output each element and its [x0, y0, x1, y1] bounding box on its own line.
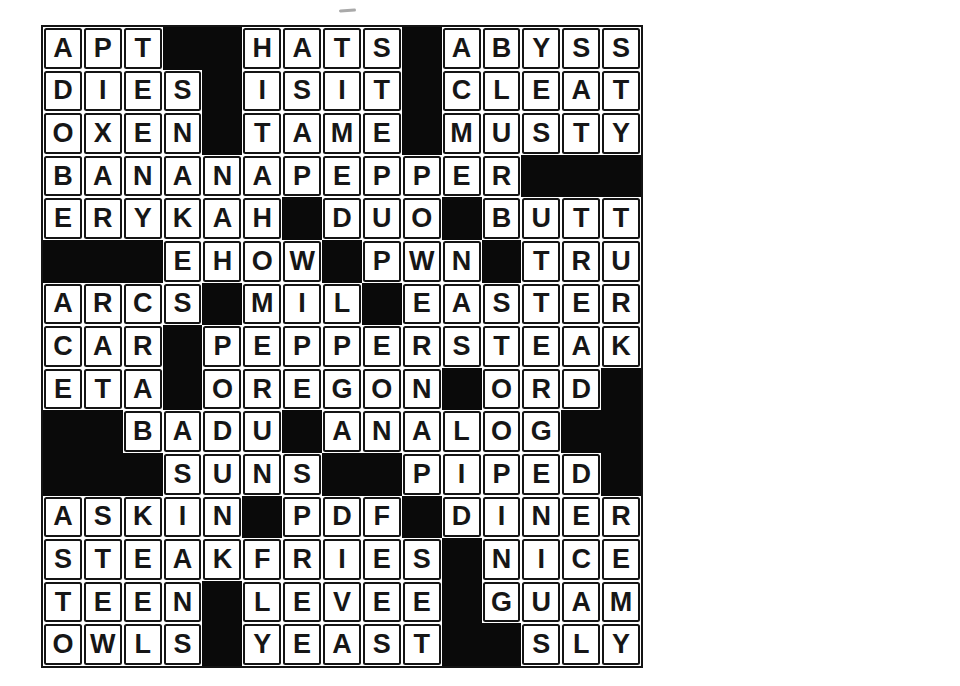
cell-letter: R: [602, 284, 640, 325]
cell-letter: R: [522, 369, 560, 410]
letter-cell-r12c2[interactable]: S: [83, 496, 123, 539]
block-cell-r15c11: [442, 623, 482, 666]
cell-letter: U: [243, 411, 281, 452]
cell-letter: B: [483, 198, 521, 239]
letter-cell-r15c4[interactable]: S: [163, 623, 203, 666]
cell-letter: A: [562, 71, 600, 112]
cell-letter: C: [443, 71, 481, 112]
letter-cell-r8c3[interactable]: R: [123, 325, 163, 368]
letter-cell-r7c1[interactable]: A: [43, 283, 83, 326]
cell-letter: K: [602, 326, 640, 367]
cell-letter: K: [164, 198, 202, 239]
letter-cell-r1c13[interactable]: Y: [521, 27, 561, 70]
block-cell-r4c13: [521, 155, 561, 198]
letter-cell-r5c14[interactable]: T: [561, 197, 601, 240]
cell-letter: I: [243, 71, 281, 112]
cell-letter: P: [84, 28, 122, 69]
cell-letter: T: [84, 369, 122, 410]
letter-cell-r1c6[interactable]: H: [242, 27, 282, 70]
letter-cell-r15c1[interactable]: O: [43, 623, 83, 666]
letter-cell-r15c15[interactable]: Y: [601, 623, 641, 666]
letter-cell-r10c11[interactable]: L: [442, 410, 482, 453]
letter-cell-r6c13[interactable]: T: [521, 240, 561, 283]
letter-cell-r13c4[interactable]: A: [163, 538, 203, 581]
letter-cell-r6c5[interactable]: H: [202, 240, 242, 283]
cell-letter: I: [323, 539, 361, 580]
letter-cell-r7c2[interactable]: R: [83, 283, 123, 326]
cell-letter: E: [283, 582, 321, 623]
cell-letter: P: [363, 156, 401, 197]
letter-cell-r2c14[interactable]: A: [561, 70, 601, 113]
letter-cell-r6c7[interactable]: W: [282, 240, 322, 283]
cell-letter: M: [602, 582, 640, 623]
letter-cell-r6c10[interactable]: W: [402, 240, 442, 283]
letter-cell-r13c8[interactable]: I: [322, 538, 362, 581]
letter-cell-r12c12[interactable]: I: [482, 496, 522, 539]
letter-cell-r8c10[interactable]: R: [402, 325, 442, 368]
block-cell-r4c14: [561, 155, 601, 198]
letter-cell-r12c9[interactable]: F: [362, 496, 402, 539]
letter-cell-r14c15[interactable]: M: [601, 581, 641, 624]
cell-letter: E: [363, 582, 401, 623]
letter-cell-r1c8[interactable]: T: [322, 27, 362, 70]
letter-cell-r14c13[interactable]: U: [521, 581, 561, 624]
letter-cell-r5c3[interactable]: Y: [123, 197, 163, 240]
cell-letter: E: [403, 284, 441, 325]
letter-cell-r5c4[interactable]: K: [163, 197, 203, 240]
letter-cell-r15c14[interactable]: L: [561, 623, 601, 666]
block-cell-r2c10: [402, 70, 442, 113]
letter-cell-r1c14[interactable]: S: [561, 27, 601, 70]
letter-cell-r6c11[interactable]: N: [442, 240, 482, 283]
letter-cell-r7c7[interactable]: I: [282, 283, 322, 326]
cell-letter: T: [363, 71, 401, 112]
letter-cell-r8c9[interactable]: E: [362, 325, 402, 368]
cell-letter: E: [124, 539, 162, 580]
letter-cell-r9c6[interactable]: R: [242, 368, 282, 411]
letter-cell-r2c11[interactable]: C: [442, 70, 482, 113]
block-cell-r10c2: [83, 410, 123, 453]
cell-letter: E: [562, 497, 600, 538]
block-cell-r1c5: [202, 27, 242, 70]
block-cell-r9c11: [442, 368, 482, 411]
letter-cell-r8c15[interactable]: K: [601, 325, 641, 368]
cell-letter: T: [522, 284, 560, 325]
cell-letter: S: [283, 71, 321, 112]
cell-letter: W: [283, 241, 321, 282]
cell-letter: B: [44, 156, 82, 197]
letter-cell-r9c14[interactable]: D: [561, 368, 601, 411]
cell-letter: L: [483, 71, 521, 112]
cell-letter: S: [522, 624, 560, 665]
block-cell-r1c10: [402, 27, 442, 70]
cell-letter: S: [164, 284, 202, 325]
letter-cell-r9c7[interactable]: E: [282, 368, 322, 411]
letter-cell-r4c10[interactable]: P: [402, 155, 442, 198]
cell-letter: N: [203, 156, 241, 197]
cell-letter: R: [243, 369, 281, 410]
cell-letter: L: [562, 624, 600, 665]
cell-letter: O: [483, 369, 521, 410]
letter-cell-r2c3[interactable]: E: [123, 70, 163, 113]
block-cell-r9c4: [163, 368, 203, 411]
letter-cell-r4c3[interactable]: N: [123, 155, 163, 198]
letter-cell-r13c5[interactable]: K: [202, 538, 242, 581]
letter-cell-r5c8[interactable]: D: [322, 197, 362, 240]
letter-cell-r1c1[interactable]: A: [43, 27, 83, 70]
letter-cell-r6c15[interactable]: U: [601, 240, 641, 283]
cell-letter: V: [323, 582, 361, 623]
letter-cell-r11c5[interactable]: U: [202, 453, 242, 496]
cell-letter: E: [443, 156, 481, 197]
letter-cell-r7c11[interactable]: A: [442, 283, 482, 326]
letter-cell-r3c12[interactable]: U: [482, 112, 522, 155]
letter-cell-r12c11[interactable]: D: [442, 496, 482, 539]
letter-cell-r13c7[interactable]: R: [282, 538, 322, 581]
letter-cell-r7c15[interactable]: R: [601, 283, 641, 326]
cell-letter: D: [323, 497, 361, 538]
letter-cell-r7c12[interactable]: S: [482, 283, 522, 326]
letter-cell-r7c4[interactable]: S: [163, 283, 203, 326]
cell-letter: A: [44, 497, 82, 538]
letter-cell-r4c2[interactable]: A: [83, 155, 123, 198]
cell-letter: R: [483, 156, 521, 197]
letter-cell-r14c9[interactable]: E: [362, 581, 402, 624]
letter-cell-r4c7[interactable]: P: [282, 155, 322, 198]
letter-cell-r10c6[interactable]: U: [242, 410, 282, 453]
cell-letter: D: [443, 497, 481, 538]
cell-letter: E: [44, 369, 82, 410]
letter-cell-r15c3[interactable]: L: [123, 623, 163, 666]
letter-cell-r8c11[interactable]: S: [442, 325, 482, 368]
cell-letter: A: [164, 411, 202, 452]
cell-letter: P: [483, 454, 521, 495]
letter-cell-r7c13[interactable]: T: [521, 283, 561, 326]
cell-letter: E: [84, 582, 122, 623]
letter-cell-r10c5[interactable]: D: [202, 410, 242, 453]
cell-letter: U: [602, 241, 640, 282]
letter-cell-r13c9[interactable]: E: [362, 538, 402, 581]
cell-letter: T: [124, 28, 162, 69]
letter-cell-r15c2[interactable]: W: [83, 623, 123, 666]
letter-cell-r11c14[interactable]: D: [561, 453, 601, 496]
cell-letter: U: [363, 198, 401, 239]
cell-letter: E: [363, 113, 401, 154]
letter-cell-r14c8[interactable]: V: [322, 581, 362, 624]
letter-cell-r2c2[interactable]: I: [83, 70, 123, 113]
letter-cell-r2c4[interactable]: S: [163, 70, 203, 113]
cell-letter: S: [562, 28, 600, 69]
cell-letter: S: [84, 497, 122, 538]
letter-cell-r6c6[interactable]: O: [242, 240, 282, 283]
letter-cell-r3c4[interactable]: N: [163, 112, 203, 155]
cell-letter: A: [84, 326, 122, 367]
letter-cell-r12c3[interactable]: K: [123, 496, 163, 539]
letter-cell-r9c1[interactable]: E: [43, 368, 83, 411]
letter-cell-r4c12[interactable]: R: [482, 155, 522, 198]
letter-cell-r14c3[interactable]: E: [123, 581, 163, 624]
cell-letter: S: [483, 284, 521, 325]
cell-letter: L: [243, 582, 281, 623]
letter-cell-r11c7[interactable]: S: [282, 453, 322, 496]
letter-cell-r8c13[interactable]: E: [521, 325, 561, 368]
letter-cell-r8c12[interactable]: T: [482, 325, 522, 368]
cell-letter: K: [124, 497, 162, 538]
cell-letter: I: [483, 497, 521, 538]
letter-cell-r13c3[interactable]: E: [123, 538, 163, 581]
cell-letter: R: [562, 241, 600, 282]
letter-cell-r15c8[interactable]: A: [322, 623, 362, 666]
block-cell-r12c10: [402, 496, 442, 539]
letter-cell-r9c5[interactable]: O: [202, 368, 242, 411]
letter-cell-r12c5[interactable]: N: [202, 496, 242, 539]
letter-cell-r14c12[interactable]: G: [482, 581, 522, 624]
letter-cell-r6c9[interactable]: P: [362, 240, 402, 283]
block-cell-r15c5: [202, 623, 242, 666]
cell-letter: I: [323, 71, 361, 112]
cell-letter: H: [243, 28, 281, 69]
cell-letter: E: [363, 326, 401, 367]
letter-cell-r13c15[interactable]: E: [601, 538, 641, 581]
letter-cell-r4c6[interactable]: A: [242, 155, 282, 198]
cell-letter: X: [84, 113, 122, 154]
letter-cell-r10c13[interactable]: G: [521, 410, 561, 453]
letter-cell-r6c14[interactable]: R: [561, 240, 601, 283]
letter-cell-r1c3[interactable]: T: [123, 27, 163, 70]
letter-cell-r9c2[interactable]: T: [83, 368, 123, 411]
letter-cell-r3c9[interactable]: E: [362, 112, 402, 155]
page: APTHATSABYSSDIESISITCLEATOXENTAMEMUSTYBA…: [0, 0, 960, 686]
letter-cell-r13c14[interactable]: C: [561, 538, 601, 581]
cell-letter: T: [44, 582, 82, 623]
letter-cell-r15c13[interactable]: S: [521, 623, 561, 666]
cell-letter: P: [283, 156, 321, 197]
cell-letter: M: [443, 113, 481, 154]
block-cell-r11c1: [43, 453, 83, 496]
letter-cell-r10c8[interactable]: A: [322, 410, 362, 453]
letter-cell-r8c2[interactable]: A: [83, 325, 123, 368]
cell-letter: W: [84, 624, 122, 665]
cell-letter: A: [84, 156, 122, 197]
letter-cell-r4c1[interactable]: B: [43, 155, 83, 198]
letter-cell-r3c11[interactable]: M: [442, 112, 482, 155]
cell-letter: O: [363, 369, 401, 410]
cell-letter: T: [602, 71, 640, 112]
letter-cell-r10c3[interactable]: B: [123, 410, 163, 453]
letter-cell-r9c3[interactable]: A: [123, 368, 163, 411]
letter-cell-r9c12[interactable]: O: [482, 368, 522, 411]
cell-letter: F: [363, 497, 401, 538]
letter-cell-r4c9[interactable]: P: [362, 155, 402, 198]
letter-cell-r5c6[interactable]: H: [242, 197, 282, 240]
letter-cell-r2c1[interactable]: D: [43, 70, 83, 113]
letter-cell-r7c8[interactable]: L: [322, 283, 362, 326]
cell-letter: A: [403, 411, 441, 452]
cell-letter: N: [203, 497, 241, 538]
letter-cell-r10c10[interactable]: A: [402, 410, 442, 453]
letter-cell-r14c7[interactable]: E: [282, 581, 322, 624]
letter-cell-r12c15[interactable]: R: [601, 496, 641, 539]
letter-cell-r15c6[interactable]: Y: [242, 623, 282, 666]
letter-cell-r11c12[interactable]: P: [482, 453, 522, 496]
cell-letter: Y: [243, 624, 281, 665]
cell-letter: S: [44, 539, 82, 580]
letter-cell-r13c6[interactable]: F: [242, 538, 282, 581]
letter-cell-r11c10[interactable]: P: [402, 453, 442, 496]
block-cell-r3c5: [202, 112, 242, 155]
letter-cell-r8c7[interactable]: P: [282, 325, 322, 368]
letter-cell-r12c4[interactable]: I: [163, 496, 203, 539]
block-cell-r11c15: [601, 453, 641, 496]
letter-cell-r7c3[interactable]: C: [123, 283, 163, 326]
letter-cell-r2c12[interactable]: L: [482, 70, 522, 113]
letter-cell-r12c14[interactable]: E: [561, 496, 601, 539]
letter-cell-r3c13[interactable]: S: [521, 112, 561, 155]
letter-cell-r14c6[interactable]: L: [242, 581, 282, 624]
block-cell-r13c11: [442, 538, 482, 581]
letter-cell-r5c10[interactable]: O: [402, 197, 442, 240]
letter-cell-r14c4[interactable]: N: [163, 581, 203, 624]
cell-letter: D: [562, 454, 600, 495]
cell-letter: Y: [602, 113, 640, 154]
letter-cell-r3c15[interactable]: Y: [601, 112, 641, 155]
letter-cell-r2c7[interactable]: S: [282, 70, 322, 113]
letter-cell-r5c5[interactable]: A: [202, 197, 242, 240]
letter-cell-r1c11[interactable]: A: [442, 27, 482, 70]
letter-cell-r5c2[interactable]: R: [83, 197, 123, 240]
letter-cell-r2c13[interactable]: E: [521, 70, 561, 113]
letter-cell-r4c5[interactable]: N: [202, 155, 242, 198]
letter-cell-r13c1[interactable]: S: [43, 538, 83, 581]
letter-cell-r10c9[interactable]: N: [362, 410, 402, 453]
letter-cell-r9c10[interactable]: N: [402, 368, 442, 411]
letter-cell-r4c4[interactable]: A: [163, 155, 203, 198]
letter-cell-r13c12[interactable]: N: [482, 538, 522, 581]
cell-letter: L: [443, 411, 481, 452]
cell-letter: E: [323, 156, 361, 197]
letter-cell-r11c13[interactable]: E: [521, 453, 561, 496]
cell-letter: K: [203, 539, 241, 580]
letter-cell-r5c1[interactable]: E: [43, 197, 83, 240]
letter-cell-r8c8[interactable]: P: [322, 325, 362, 368]
block-cell-r5c11: [442, 197, 482, 240]
letter-cell-r8c14[interactable]: A: [561, 325, 601, 368]
cell-letter: E: [124, 582, 162, 623]
letter-cell-r11c4[interactable]: S: [163, 453, 203, 496]
letter-cell-r5c9[interactable]: U: [362, 197, 402, 240]
letter-cell-r1c2[interactable]: P: [83, 27, 123, 70]
cell-letter: N: [164, 113, 202, 154]
letter-cell-r2c9[interactable]: T: [362, 70, 402, 113]
cell-letter: A: [562, 326, 600, 367]
letter-cell-r2c6[interactable]: I: [242, 70, 282, 113]
letter-cell-r14c10[interactable]: E: [402, 581, 442, 624]
block-cell-r10c1: [43, 410, 83, 453]
letter-cell-r2c8[interactable]: I: [322, 70, 362, 113]
cell-letter: E: [363, 539, 401, 580]
letter-cell-r15c9[interactable]: S: [362, 623, 402, 666]
block-cell-r3c10: [402, 112, 442, 155]
cell-letter: E: [602, 539, 640, 580]
cell-letter: S: [363, 28, 401, 69]
letter-cell-r15c7[interactable]: E: [282, 623, 322, 666]
letter-cell-r3c7[interactable]: A: [282, 112, 322, 155]
letter-cell-r3c8[interactable]: M: [322, 112, 362, 155]
letter-cell-r10c4[interactable]: A: [163, 410, 203, 453]
letter-cell-r8c6[interactable]: E: [242, 325, 282, 368]
letter-cell-r5c12[interactable]: B: [482, 197, 522, 240]
letter-cell-r9c8[interactable]: G: [322, 368, 362, 411]
letter-cell-r13c2[interactable]: T: [83, 538, 123, 581]
letter-cell-r7c10[interactable]: E: [402, 283, 442, 326]
cell-letter: I: [522, 539, 560, 580]
letter-cell-r1c12[interactable]: B: [482, 27, 522, 70]
block-cell-r10c7: [282, 410, 322, 453]
letter-cell-r8c1[interactable]: C: [43, 325, 83, 368]
letter-cell-r9c9[interactable]: O: [362, 368, 402, 411]
letter-cell-r1c15[interactable]: S: [601, 27, 641, 70]
cell-letter: W: [403, 241, 441, 282]
letter-cell-r11c6[interactable]: N: [242, 453, 282, 496]
letter-cell-r10c12[interactable]: O: [482, 410, 522, 453]
letter-cell-r13c13[interactable]: I: [521, 538, 561, 581]
cell-letter: G: [522, 411, 560, 452]
cell-letter: F: [243, 539, 281, 580]
letter-cell-r3c1[interactable]: O: [43, 112, 83, 155]
cell-letter: T: [243, 113, 281, 154]
letter-cell-r8c5[interactable]: P: [202, 325, 242, 368]
letter-cell-r3c2[interactable]: X: [83, 112, 123, 155]
letter-cell-r11c11[interactable]: I: [442, 453, 482, 496]
letter-cell-r3c14[interactable]: T: [561, 112, 601, 155]
page-smudge-mark: [339, 8, 356, 12]
letter-cell-r13c10[interactable]: S: [402, 538, 442, 581]
cell-letter: U: [203, 454, 241, 495]
cell-letter: T: [602, 198, 640, 239]
letter-cell-r12c8[interactable]: D: [322, 496, 362, 539]
letter-cell-r14c14[interactable]: A: [561, 581, 601, 624]
letter-cell-r7c14[interactable]: E: [561, 283, 601, 326]
cell-letter: S: [443, 326, 481, 367]
letter-cell-r3c6[interactable]: T: [242, 112, 282, 155]
cell-letter: N: [363, 411, 401, 452]
letter-cell-r7c6[interactable]: M: [242, 283, 282, 326]
letter-cell-r14c2[interactable]: E: [83, 581, 123, 624]
letter-cell-r12c7[interactable]: P: [282, 496, 322, 539]
letter-cell-r4c8[interactable]: E: [322, 155, 362, 198]
letter-cell-r14c1[interactable]: T: [43, 581, 83, 624]
letter-cell-r3c3[interactable]: E: [123, 112, 163, 155]
letter-cell-r4c11[interactable]: E: [442, 155, 482, 198]
cell-letter: A: [443, 28, 481, 69]
block-cell-r6c1: [43, 240, 83, 283]
cell-letter: P: [403, 454, 441, 495]
letter-cell-r2c15[interactable]: T: [601, 70, 641, 113]
cell-letter: T: [562, 198, 600, 239]
letter-cell-r6c4[interactable]: E: [163, 240, 203, 283]
letter-cell-r12c13[interactable]: N: [521, 496, 561, 539]
letter-cell-r1c7[interactable]: A: [282, 27, 322, 70]
letter-cell-r1c9[interactable]: S: [362, 27, 402, 70]
letter-cell-r15c10[interactable]: T: [402, 623, 442, 666]
cell-letter: S: [403, 539, 441, 580]
block-cell-r8c4: [163, 325, 203, 368]
letter-cell-r5c13[interactable]: U: [521, 197, 561, 240]
letter-cell-r12c1[interactable]: A: [43, 496, 83, 539]
letter-cell-r9c13[interactable]: R: [521, 368, 561, 411]
letter-cell-r5c15[interactable]: T: [601, 197, 641, 240]
block-cell-r2c5: [202, 70, 242, 113]
